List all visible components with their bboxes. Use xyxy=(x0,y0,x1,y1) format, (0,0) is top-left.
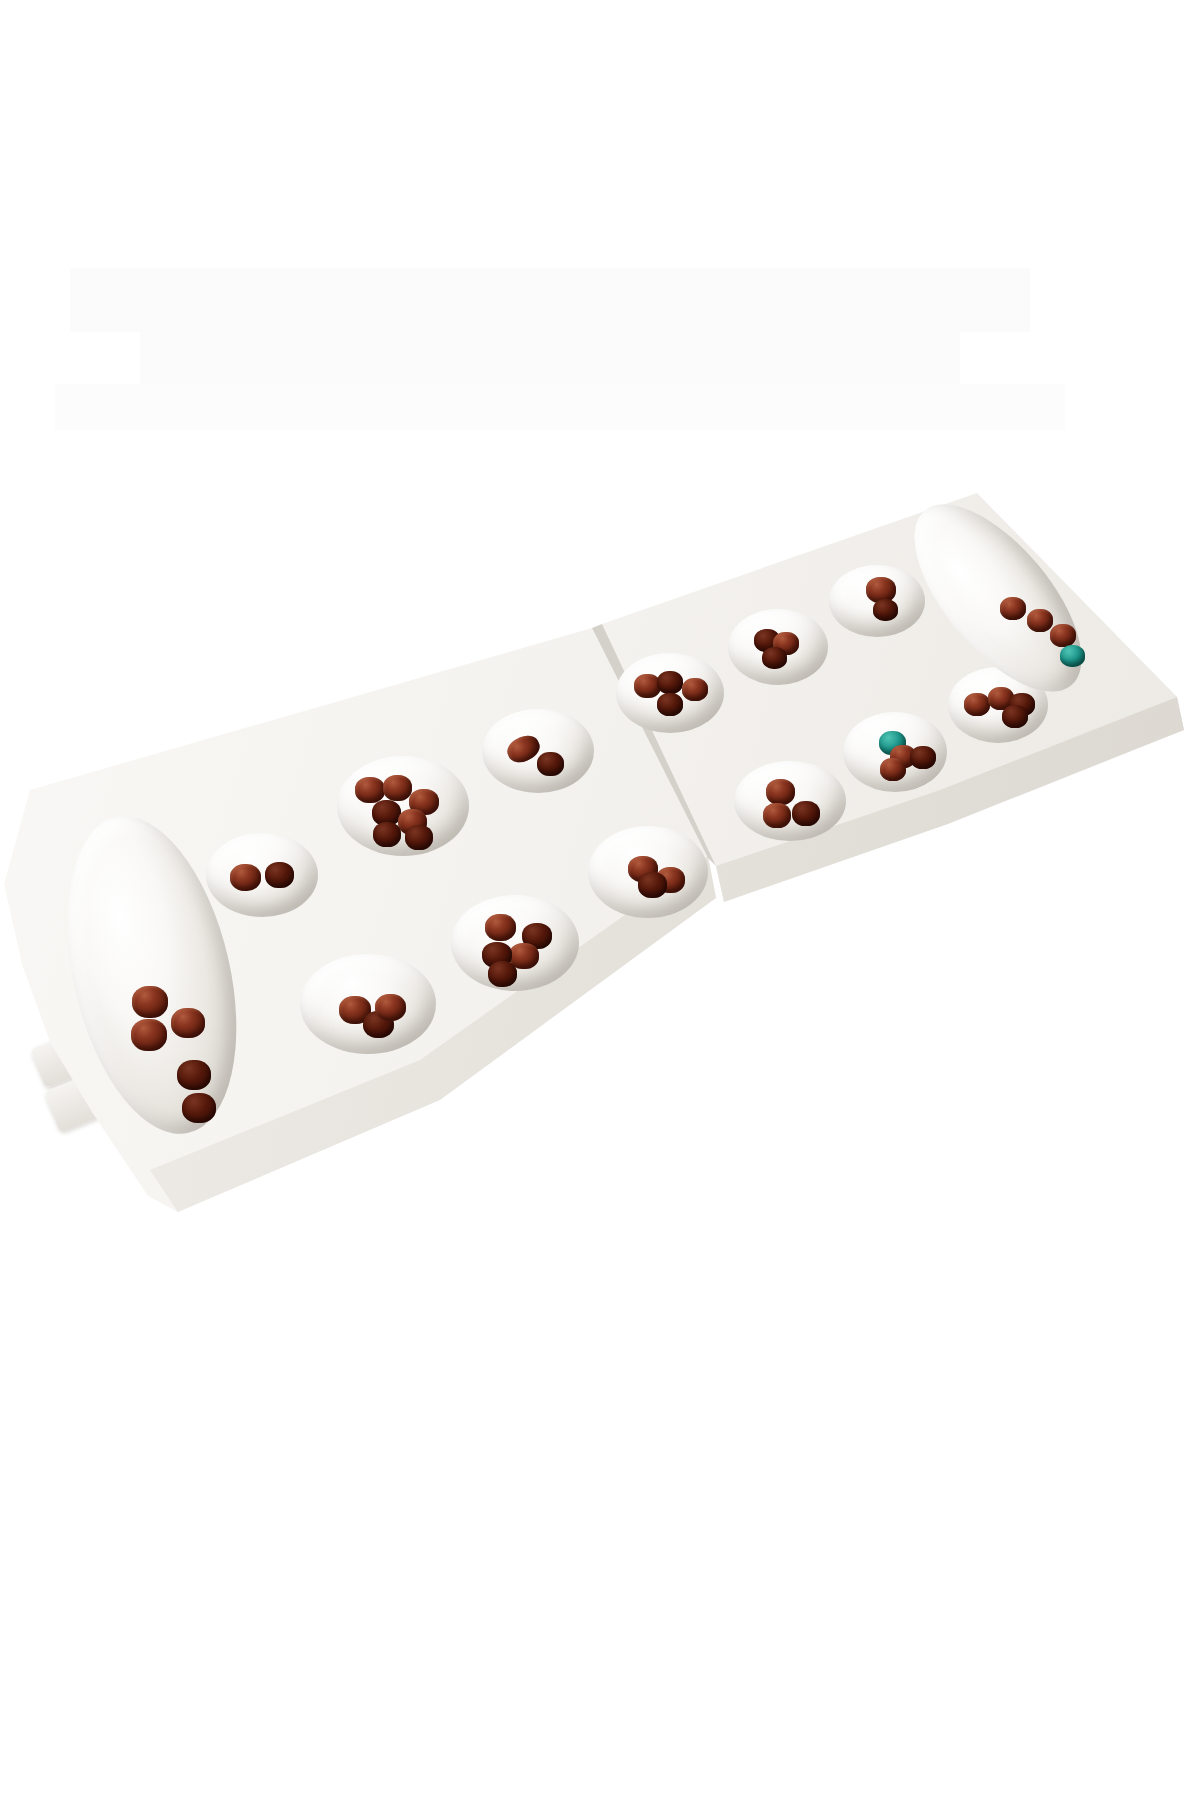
seed-red-brown xyxy=(762,647,787,669)
seed-red-brown xyxy=(910,746,936,769)
seed-red-brown xyxy=(383,775,412,801)
background-artifact xyxy=(140,332,960,384)
seed-red-brown xyxy=(682,678,708,701)
seed-red-brown xyxy=(873,599,898,621)
mancala-photo-scene xyxy=(0,0,1200,1800)
seed-red-brown xyxy=(1002,705,1028,728)
seed-red-brown xyxy=(405,825,433,850)
pit-far-2[interactable] xyxy=(337,756,469,856)
seed-red-brown xyxy=(766,779,795,805)
background-artifact xyxy=(70,268,1030,332)
pit-far-1[interactable] xyxy=(206,833,318,917)
seed-red-brown xyxy=(373,822,401,847)
seed-red-brown xyxy=(880,758,906,781)
seed-red-brown xyxy=(132,986,168,1018)
seed-red-brown xyxy=(964,693,990,716)
seed-red-brown xyxy=(485,914,516,941)
seed-red-brown xyxy=(537,752,564,776)
seed-red-brown xyxy=(131,1019,167,1051)
seed-red-brown xyxy=(375,994,406,1021)
seed-red-brown xyxy=(230,864,261,891)
seed-teal xyxy=(1060,645,1085,667)
seed-red-brown xyxy=(177,1060,211,1090)
seed-red-brown xyxy=(265,862,294,888)
seed-red-brown xyxy=(657,671,683,694)
seed-red-brown xyxy=(1027,609,1053,632)
seed-red-brown xyxy=(355,777,385,803)
seed-red-brown xyxy=(763,803,791,828)
seed-red-brown xyxy=(657,693,683,716)
background-artifact xyxy=(55,384,1065,430)
seed-red-brown xyxy=(171,1008,205,1038)
seed-red-brown xyxy=(792,801,820,826)
seed-red-brown xyxy=(182,1093,216,1123)
seed-red-brown xyxy=(488,961,517,987)
seed-red-brown xyxy=(1050,624,1076,647)
seed-red-brown xyxy=(638,872,667,898)
seed-red-brown xyxy=(1000,597,1026,620)
